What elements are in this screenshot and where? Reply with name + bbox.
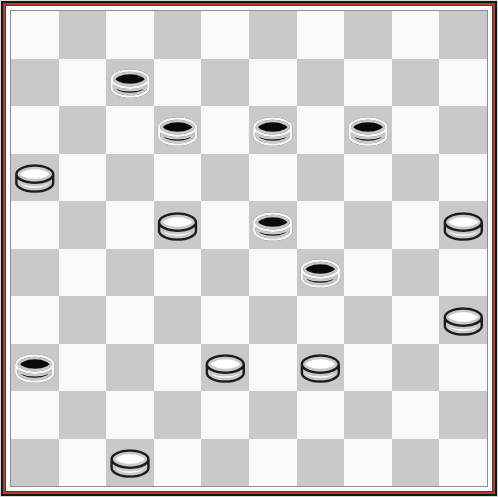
- square-13[interactable]: ⛂⛀: [249, 106, 297, 154]
- square-35[interactable]: ⛂⛀: [439, 296, 487, 344]
- board-edge: ⛂⛀⛂⛀⛂⛀⛂⛀⛂⛀⛂⛀⛂⛀⛂⛀⛂⛀⛂⛀⛂⛀⛂⛀⛂⛀⛂⛀: [10, 10, 488, 487]
- light-square: [11, 201, 59, 249]
- square-8[interactable]: [201, 59, 249, 107]
- light-square: [59, 344, 107, 392]
- square-7[interactable]: ⛂⛀: [106, 59, 154, 107]
- light-square: [439, 344, 487, 392]
- light-square: [344, 439, 392, 487]
- white-man-outline: ⛀: [203, 339, 247, 391]
- board-frame-inner-line: ⛂⛀⛂⛀⛂⛀⛂⛀⛂⛀⛂⛀⛂⛀⛂⛀⛂⛀⛂⛀⛂⛀⛂⛀⛂⛀⛂⛀: [5, 5, 493, 492]
- board-frame-red: ⛂⛀⛂⛀⛂⛀⛂⛀⛂⛀⛂⛀⛂⛀⛂⛀⛂⛀⛂⛀⛂⛀⛂⛀⛂⛀⛂⛀: [3, 3, 495, 494]
- square-24[interactable]: [344, 201, 392, 249]
- white-man-outline: ⛀: [13, 149, 57, 201]
- draughts-board: ⛂⛀⛂⛀⛂⛀⛂⛀⛂⛀⛂⛀⛂⛀⛂⛀⛂⛀⛂⛀⛂⛀⛂⛀⛂⛀⛂⛀: [11, 11, 487, 486]
- square-18[interactable]: [201, 154, 249, 202]
- white-man[interactable]: ⛂⛀: [154, 201, 202, 249]
- square-28[interactable]: [201, 249, 249, 297]
- light-square: [201, 106, 249, 154]
- black-man[interactable]: ⛂⛀: [249, 106, 297, 154]
- square-34[interactable]: [344, 296, 392, 344]
- square-17[interactable]: [106, 154, 154, 202]
- square-1[interactable]: [59, 11, 107, 59]
- black-man-outline: ⛀: [251, 197, 295, 249]
- light-square: [11, 391, 59, 439]
- square-41[interactable]: [59, 391, 107, 439]
- square-45[interactable]: [439, 391, 487, 439]
- light-square: [392, 296, 440, 344]
- light-square: [106, 296, 154, 344]
- square-20[interactable]: [392, 154, 440, 202]
- square-33[interactable]: [249, 296, 297, 344]
- light-square: [439, 59, 487, 107]
- square-46[interactable]: [11, 439, 59, 487]
- square-38[interactable]: ⛂⛀: [201, 344, 249, 392]
- square-10[interactable]: [392, 59, 440, 107]
- light-square: [106, 106, 154, 154]
- square-19[interactable]: [297, 154, 345, 202]
- square-4[interactable]: [344, 11, 392, 59]
- square-43[interactable]: [249, 391, 297, 439]
- light-square: [154, 344, 202, 392]
- black-man-outline: ⛀: [156, 102, 200, 154]
- square-25[interactable]: ⛂⛀: [439, 201, 487, 249]
- black-man[interactable]: ⛂⛀: [11, 344, 59, 392]
- white-man[interactable]: ⛂⛀: [439, 296, 487, 344]
- light-square: [154, 439, 202, 487]
- square-3[interactable]: [249, 11, 297, 59]
- square-31[interactable]: [59, 296, 107, 344]
- light-square: [297, 11, 345, 59]
- white-man-outline: ⛀: [299, 339, 343, 391]
- black-man-outline: ⛀: [251, 102, 295, 154]
- white-man-outline: ⛀: [156, 197, 200, 249]
- square-23[interactable]: ⛂⛀: [249, 201, 297, 249]
- square-27[interactable]: [106, 249, 154, 297]
- square-40[interactable]: [392, 344, 440, 392]
- light-square: [344, 249, 392, 297]
- light-square: [392, 201, 440, 249]
- square-21[interactable]: [59, 201, 107, 249]
- square-48[interactable]: [201, 439, 249, 487]
- black-man-outline: ⛀: [299, 244, 343, 296]
- square-50[interactable]: [392, 439, 440, 487]
- light-square: [59, 154, 107, 202]
- light-square: [201, 391, 249, 439]
- light-square: [201, 201, 249, 249]
- square-47[interactable]: ⛂⛀: [106, 439, 154, 487]
- light-square: [201, 11, 249, 59]
- light-square: [11, 11, 59, 59]
- square-9[interactable]: [297, 59, 345, 107]
- square-6[interactable]: [11, 59, 59, 107]
- black-man-outline: ⛀: [108, 54, 152, 106]
- light-square: [249, 249, 297, 297]
- white-man[interactable]: ⛂⛀: [106, 439, 154, 487]
- light-square: [59, 439, 107, 487]
- square-49[interactable]: [297, 439, 345, 487]
- board-frame-black: ⛂⛀⛂⛀⛂⛀⛂⛀⛂⛀⛂⛀⛂⛀⛂⛀⛂⛀⛂⛀⛂⛀⛂⛀⛂⛀⛂⛀: [1, 1, 497, 496]
- light-square: [297, 106, 345, 154]
- black-man[interactable]: ⛂⛀: [249, 201, 297, 249]
- light-square: [344, 154, 392, 202]
- light-square: [344, 344, 392, 392]
- square-11[interactable]: [59, 106, 107, 154]
- white-man[interactable]: ⛂⛀: [11, 154, 59, 202]
- square-16[interactable]: ⛂⛀: [11, 154, 59, 202]
- black-man[interactable]: ⛂⛀: [297, 249, 345, 297]
- square-2[interactable]: [154, 11, 202, 59]
- square-12[interactable]: ⛂⛀: [154, 106, 202, 154]
- square-22[interactable]: ⛂⛀: [154, 201, 202, 249]
- light-square: [249, 439, 297, 487]
- draughts-screenshot-root: ⛂⛀⛂⛀⛂⛀⛂⛀⛂⛀⛂⛀⛂⛀⛂⛀⛂⛀⛂⛀⛂⛀⛂⛀⛂⛀⛂⛀: [0, 0, 498, 497]
- white-man-outline: ⛀: [108, 434, 152, 486]
- light-square: [392, 391, 440, 439]
- light-square: [392, 106, 440, 154]
- black-man-outline: ⛀: [13, 339, 57, 391]
- light-square: [154, 249, 202, 297]
- square-32[interactable]: [154, 296, 202, 344]
- light-square: [106, 201, 154, 249]
- square-36[interactable]: ⛂⛀: [11, 344, 59, 392]
- white-man[interactable]: ⛂⛀: [201, 344, 249, 392]
- square-14[interactable]: ⛂⛀: [344, 106, 392, 154]
- white-man[interactable]: ⛂⛀: [297, 344, 345, 392]
- white-man-outline: ⛀: [441, 197, 485, 249]
- light-square: [297, 391, 345, 439]
- square-15[interactable]: [439, 106, 487, 154]
- light-square: [392, 11, 440, 59]
- light-square: [249, 344, 297, 392]
- square-44[interactable]: [344, 391, 392, 439]
- black-man-outline: ⛀: [346, 102, 390, 154]
- square-30[interactable]: [392, 249, 440, 297]
- square-42[interactable]: [154, 391, 202, 439]
- black-man[interactable]: ⛂⛀: [106, 59, 154, 107]
- square-5[interactable]: [439, 11, 487, 59]
- light-square: [439, 439, 487, 487]
- light-square: [59, 249, 107, 297]
- square-39[interactable]: ⛂⛀: [297, 344, 345, 392]
- black-man[interactable]: ⛂⛀: [154, 106, 202, 154]
- white-man[interactable]: ⛂⛀: [439, 201, 487, 249]
- board-mat: ⛂⛀⛂⛀⛂⛀⛂⛀⛂⛀⛂⛀⛂⛀⛂⛀⛂⛀⛂⛀⛂⛀⛂⛀⛂⛀⛂⛀: [6, 6, 492, 491]
- square-29[interactable]: ⛂⛀: [297, 249, 345, 297]
- white-man-outline: ⛀: [441, 292, 485, 344]
- square-26[interactable]: [11, 249, 59, 297]
- square-37[interactable]: [106, 344, 154, 392]
- black-man[interactable]: ⛂⛀: [344, 106, 392, 154]
- light-square: [59, 59, 107, 107]
